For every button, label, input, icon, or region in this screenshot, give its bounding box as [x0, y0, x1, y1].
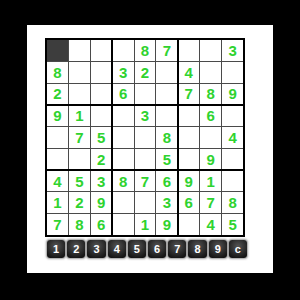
cell-r4c7[interactable] [178, 105, 199, 126]
cell-r5c9[interactable]: 4 [222, 127, 243, 148]
app-background: { "game": "sudoku", "position": "0000870… [0, 0, 300, 300]
cell-r4c4[interactable] [113, 105, 134, 126]
cell-r2c7[interactable]: 4 [178, 62, 199, 83]
cell-r3c5[interactable] [135, 84, 156, 105]
key-7[interactable]: 7 [168, 240, 186, 258]
cell-r9c7[interactable] [178, 214, 199, 235]
cell-r9c4[interactable] [113, 214, 134, 235]
cell-r2c5[interactable]: 2 [135, 62, 156, 83]
cell-r2c2[interactable] [69, 62, 90, 83]
box-separator-horizontal-1 [47, 104, 243, 106]
cell-r1c4[interactable] [113, 40, 134, 61]
cell-r9c6[interactable]: 9 [156, 214, 177, 235]
cell-r3c6[interactable] [156, 84, 177, 105]
cell-r7c9[interactable] [222, 171, 243, 192]
cell-r8c6[interactable]: 3 [156, 192, 177, 213]
cell-r9c3[interactable]: 6 [91, 214, 112, 235]
cell-r9c9[interactable]: 5 [222, 214, 243, 235]
cell-r2c3[interactable] [91, 62, 112, 83]
cell-r6c6[interactable]: 5 [156, 149, 177, 170]
cell-r1c1[interactable] [47, 40, 68, 61]
cell-r6c5[interactable] [135, 149, 156, 170]
cell-r6c2[interactable] [69, 149, 90, 170]
cell-r3c4[interactable]: 6 [113, 84, 134, 105]
cell-r9c1[interactable]: 7 [47, 214, 68, 235]
cell-r7c3[interactable]: 3 [91, 171, 112, 192]
cell-r4c8[interactable]: 6 [200, 105, 221, 126]
cell-r8c3[interactable]: 9 [91, 192, 112, 213]
cell-r7c6[interactable]: 6 [156, 171, 177, 192]
cell-r2c1[interactable]: 8 [47, 62, 68, 83]
app-screen: 8738324267899136758425945387691129367878… [27, 25, 273, 273]
cell-r4c1[interactable]: 9 [47, 105, 68, 126]
box-separator-vertical-2 [177, 40, 179, 235]
cell-r8c4[interactable] [113, 192, 134, 213]
cell-r2c9[interactable] [222, 62, 243, 83]
cell-r8c5[interactable] [135, 192, 156, 213]
cell-r7c8[interactable]: 1 [200, 171, 221, 192]
cell-r7c1[interactable]: 4 [47, 171, 68, 192]
cell-r1c2[interactable] [69, 40, 90, 61]
cell-r5c6[interactable]: 8 [156, 127, 177, 148]
cell-r9c8[interactable]: 4 [200, 214, 221, 235]
cell-r5c1[interactable] [47, 127, 68, 148]
cell-r6c8[interactable]: 9 [200, 149, 221, 170]
cell-r3c7[interactable]: 7 [178, 84, 199, 105]
cell-r2c6[interactable] [156, 62, 177, 83]
cell-r1c9[interactable]: 3 [222, 40, 243, 61]
cell-r8c8[interactable]: 7 [200, 192, 221, 213]
cell-r1c3[interactable] [91, 40, 112, 61]
cell-r8c2[interactable]: 2 [69, 192, 90, 213]
cell-r7c4[interactable]: 8 [113, 171, 134, 192]
box-separator-vertical-1 [111, 40, 113, 235]
cell-r3c2[interactable] [69, 84, 90, 105]
cell-r4c6[interactable] [156, 105, 177, 126]
cell-r1c7[interactable] [178, 40, 199, 61]
key-2[interactable]: 2 [67, 240, 85, 258]
cell-r7c2[interactable]: 5 [69, 171, 90, 192]
cell-r9c2[interactable]: 8 [69, 214, 90, 235]
cell-r4c5[interactable]: 3 [135, 105, 156, 126]
cell-r5c7[interactable] [178, 127, 199, 148]
sudoku-board: 8738324267899136758425945387691129367878… [45, 38, 245, 237]
cell-r6c3[interactable]: 2 [91, 149, 112, 170]
cell-r1c5[interactable]: 8 [135, 40, 156, 61]
cell-r3c1[interactable]: 2 [47, 84, 68, 105]
cell-r3c9[interactable]: 9 [222, 84, 243, 105]
cell-r7c7[interactable]: 9 [178, 171, 199, 192]
cell-r5c5[interactable] [135, 127, 156, 148]
key-3[interactable]: 3 [87, 240, 105, 258]
key-6[interactable]: 6 [148, 240, 166, 258]
cell-r3c8[interactable]: 8 [200, 84, 221, 105]
cell-r9c5[interactable]: 1 [135, 214, 156, 235]
cell-r3c3[interactable] [91, 84, 112, 105]
cell-r8c1[interactable]: 1 [47, 192, 68, 213]
cell-r8c9[interactable]: 8 [222, 192, 243, 213]
cell-r7c5[interactable]: 7 [135, 171, 156, 192]
cell-r1c8[interactable] [200, 40, 221, 61]
number-keypad: 123456789c [47, 240, 247, 258]
key-1[interactable]: 1 [47, 240, 65, 258]
cell-r5c3[interactable]: 5 [91, 127, 112, 148]
cell-r5c2[interactable]: 7 [69, 127, 90, 148]
key-5[interactable]: 5 [128, 240, 146, 258]
cell-r2c8[interactable] [200, 62, 221, 83]
cell-r5c4[interactable] [113, 127, 134, 148]
cell-r8c7[interactable]: 6 [178, 192, 199, 213]
cell-r6c7[interactable] [178, 149, 199, 170]
cell-r4c9[interactable] [222, 105, 243, 126]
cell-r4c3[interactable] [91, 105, 112, 126]
key-8[interactable]: 8 [188, 240, 206, 258]
cell-r4c2[interactable]: 1 [69, 105, 90, 126]
cell-r6c4[interactable] [113, 149, 134, 170]
box-separator-horizontal-2 [47, 169, 243, 171]
key-4[interactable]: 4 [108, 240, 126, 258]
cell-r6c1[interactable] [47, 149, 68, 170]
cell-r6c9[interactable] [222, 149, 243, 170]
key-9[interactable]: 9 [209, 240, 227, 258]
key-clear[interactable]: c [229, 240, 247, 258]
cell-r5c8[interactable] [200, 127, 221, 148]
cell-r2c4[interactable]: 3 [113, 62, 134, 83]
cell-r1c6[interactable]: 7 [156, 40, 177, 61]
